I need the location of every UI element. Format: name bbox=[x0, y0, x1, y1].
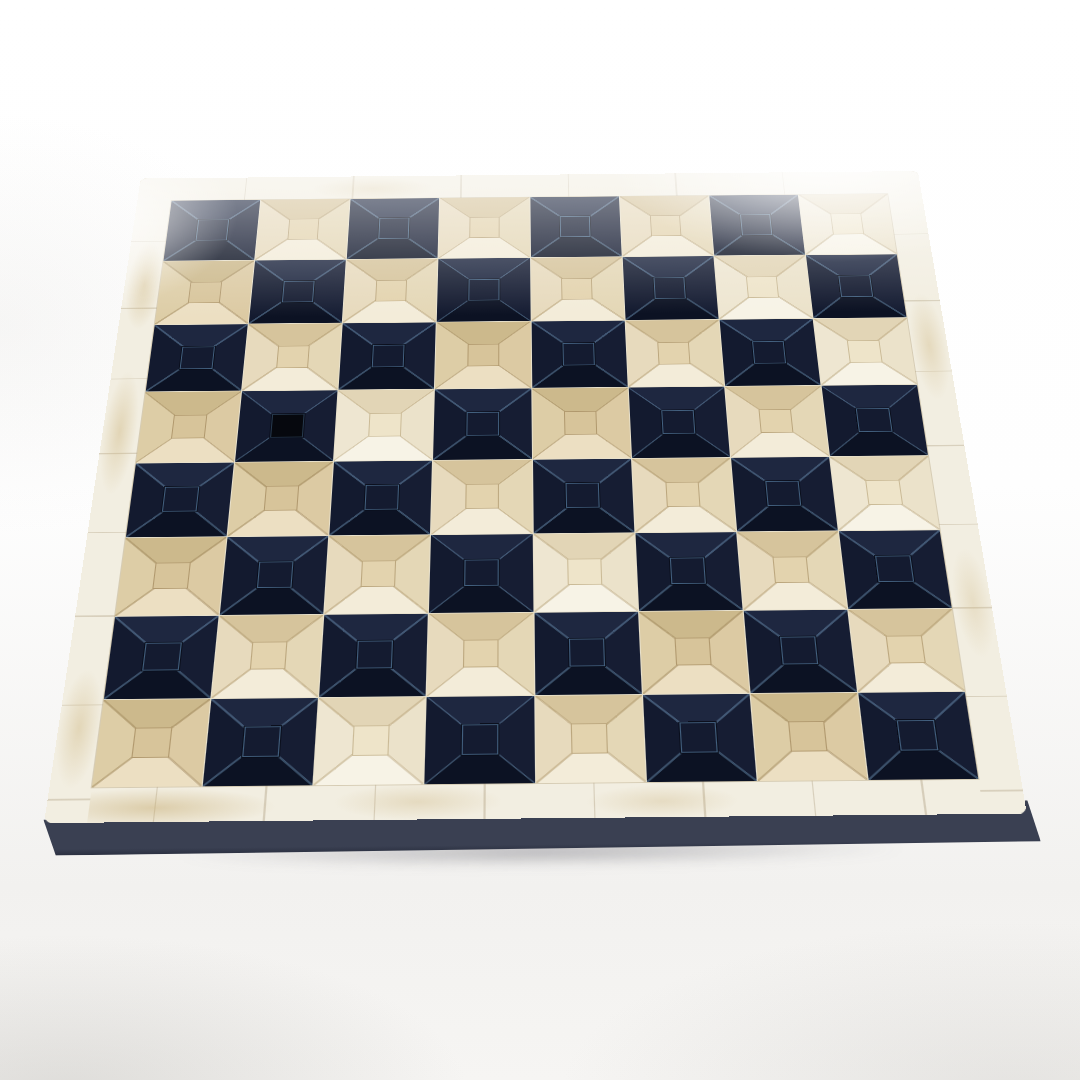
square-c7 bbox=[343, 259, 438, 323]
square-c2 bbox=[319, 614, 428, 697]
square-e7 bbox=[531, 257, 625, 321]
inlay-center-square bbox=[571, 723, 609, 753]
inlay-center-square bbox=[378, 218, 409, 239]
square-h3 bbox=[839, 530, 952, 609]
inlay-center-square bbox=[886, 636, 926, 664]
chessboard bbox=[0, 0, 1080, 1080]
inlay-center-square bbox=[171, 415, 207, 439]
square-f8 bbox=[620, 196, 714, 257]
inlay-center-square bbox=[653, 277, 686, 299]
inlay-center-square bbox=[665, 482, 700, 507]
square-g7 bbox=[714, 255, 812, 319]
square-d5 bbox=[433, 389, 531, 460]
inlay-center-square bbox=[773, 556, 810, 583]
inlay-center-square bbox=[569, 639, 606, 667]
square-h8 bbox=[799, 194, 897, 255]
square-a2 bbox=[104, 616, 219, 700]
square-e5 bbox=[532, 388, 631, 459]
inlay-center-square bbox=[865, 480, 902, 505]
inlay-center-square bbox=[839, 275, 873, 297]
square-a1 bbox=[92, 699, 211, 787]
inlay-center-square bbox=[153, 562, 191, 589]
inlay-center-square bbox=[469, 217, 500, 238]
inlay-center-square bbox=[661, 410, 695, 434]
inlay-center-square bbox=[567, 558, 602, 585]
square-h1 bbox=[858, 692, 978, 780]
square-b3 bbox=[220, 536, 329, 615]
square-g2 bbox=[743, 610, 856, 693]
square-h4 bbox=[830, 456, 940, 531]
square-d2 bbox=[427, 613, 534, 696]
square-c1 bbox=[314, 697, 426, 785]
square-b6 bbox=[242, 324, 342, 391]
inlay-center-square bbox=[196, 220, 229, 241]
inlay-center-square bbox=[562, 343, 595, 366]
square-a7 bbox=[155, 261, 254, 325]
inlay-center-square bbox=[679, 722, 718, 752]
inlay-center-square bbox=[759, 409, 794, 433]
square-h2 bbox=[848, 609, 964, 692]
inlay-center-square bbox=[752, 341, 786, 364]
inlay-center-square bbox=[875, 555, 913, 582]
inlay-center-square bbox=[461, 724, 498, 754]
square-g3 bbox=[737, 531, 847, 610]
square-d6 bbox=[435, 322, 531, 389]
square-g6 bbox=[719, 319, 820, 386]
inlay-center-square bbox=[856, 408, 892, 432]
inlay-center-square bbox=[466, 412, 499, 436]
square-d4 bbox=[431, 459, 532, 534]
inlay-center-square bbox=[746, 276, 779, 298]
square-e8 bbox=[530, 196, 621, 257]
inlay-center-square bbox=[564, 411, 598, 435]
square-a4 bbox=[126, 462, 234, 537]
inlay-center-square bbox=[287, 219, 319, 240]
inlay-center-square bbox=[242, 727, 281, 757]
inlay-center-square bbox=[465, 484, 499, 509]
inlay-center-square bbox=[270, 414, 305, 438]
inlay-center-square bbox=[371, 344, 404, 367]
inlay-center-square bbox=[356, 641, 393, 669]
square-a8 bbox=[163, 200, 260, 261]
inlay-center-square bbox=[788, 721, 828, 751]
square-b5 bbox=[235, 391, 338, 462]
square-b7 bbox=[249, 260, 346, 324]
square-c3 bbox=[325, 535, 431, 614]
inlay-center-square bbox=[375, 280, 407, 302]
square-a5 bbox=[136, 392, 241, 463]
inlay-center-square bbox=[364, 485, 399, 510]
square-d1 bbox=[425, 696, 535, 784]
inlay-center-square bbox=[281, 280, 314, 302]
square-b1 bbox=[203, 698, 318, 786]
inlay-center-square bbox=[780, 637, 819, 665]
inlay-center-square bbox=[847, 340, 882, 363]
square-a3 bbox=[115, 537, 226, 616]
inlay-center-square bbox=[463, 640, 499, 668]
square-h5 bbox=[821, 385, 927, 456]
square-g1 bbox=[750, 693, 867, 781]
inlay-center-square bbox=[360, 560, 396, 587]
inlay-center-square bbox=[670, 557, 706, 584]
inlay-center-square bbox=[132, 728, 172, 758]
inlay-center-square bbox=[565, 483, 600, 508]
inlay-center-square bbox=[464, 559, 499, 586]
inlay-center-square bbox=[143, 643, 182, 671]
square-d3 bbox=[429, 534, 533, 613]
photo-background bbox=[0, 0, 1080, 1080]
inlay-center-square bbox=[276, 345, 310, 368]
square-f6 bbox=[625, 320, 724, 387]
inlay-center-square bbox=[830, 214, 863, 235]
square-e2 bbox=[534, 612, 641, 695]
square-f7 bbox=[622, 256, 718, 320]
square-e1 bbox=[535, 695, 646, 783]
inlay-center-square bbox=[249, 642, 287, 670]
board-grid bbox=[92, 194, 978, 788]
square-b8 bbox=[255, 199, 350, 260]
inlay-center-square bbox=[765, 481, 801, 506]
square-f1 bbox=[643, 694, 757, 782]
inlay-center-square bbox=[674, 638, 712, 666]
square-e3 bbox=[533, 533, 637, 612]
inlay-center-square bbox=[650, 215, 682, 236]
square-c8 bbox=[347, 198, 439, 259]
inlay-center-square bbox=[560, 216, 591, 237]
inlay-center-square bbox=[256, 561, 293, 588]
square-c5 bbox=[334, 390, 434, 461]
square-f3 bbox=[635, 532, 742, 611]
square-h7 bbox=[806, 254, 907, 318]
square-d8 bbox=[439, 197, 530, 258]
inlay-center-square bbox=[468, 279, 499, 301]
square-g4 bbox=[731, 457, 838, 532]
square-g5 bbox=[725, 386, 829, 457]
inlay-center-square bbox=[352, 725, 390, 755]
square-a6 bbox=[146, 324, 248, 391]
square-f4 bbox=[632, 457, 736, 532]
square-c4 bbox=[330, 460, 433, 535]
square-e6 bbox=[531, 321, 627, 388]
inlay-center-square bbox=[162, 486, 199, 511]
square-d7 bbox=[437, 258, 530, 322]
square-c6 bbox=[339, 323, 436, 390]
square-b2 bbox=[212, 615, 324, 698]
square-h6 bbox=[813, 318, 916, 385]
inlay-center-square bbox=[897, 720, 938, 750]
square-f2 bbox=[639, 611, 749, 694]
square-f5 bbox=[628, 387, 729, 458]
square-b4 bbox=[228, 461, 333, 536]
inlay-center-square bbox=[180, 346, 215, 369]
square-e4 bbox=[533, 458, 635, 533]
inlay-center-square bbox=[657, 342, 691, 365]
board-top-surface bbox=[44, 171, 1027, 823]
inlay-center-square bbox=[740, 214, 773, 235]
square-g8 bbox=[709, 195, 805, 256]
inlay-center-square bbox=[188, 281, 222, 303]
inlay-center-square bbox=[467, 344, 499, 367]
inlay-center-square bbox=[368, 413, 402, 437]
inlay-center-square bbox=[263, 485, 299, 510]
inlay-center-square bbox=[561, 278, 593, 300]
